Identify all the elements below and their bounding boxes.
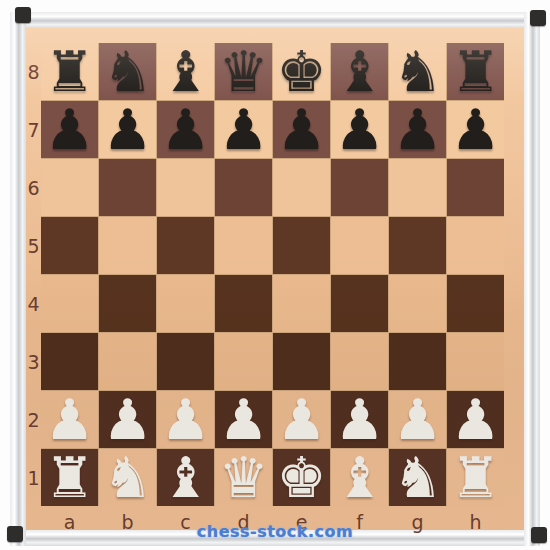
- square-a1[interactable]: ♜: [41, 449, 98, 506]
- black-pawn[interactable]: ♟: [218, 101, 268, 158]
- black-pawn[interactable]: ♟: [44, 101, 94, 158]
- square-e3[interactable]: [273, 333, 330, 390]
- white-pawn[interactable]: ♟: [102, 391, 152, 448]
- square-c1[interactable]: ♝: [157, 449, 214, 506]
- square-g4[interactable]: [389, 275, 446, 332]
- square-f5[interactable]: [331, 217, 388, 274]
- white-pawn[interactable]: ♟: [450, 391, 500, 448]
- black-pawn[interactable]: ♟: [102, 101, 152, 158]
- black-pawn[interactable]: ♟: [450, 101, 500, 158]
- square-f7[interactable]: ♟: [331, 101, 388, 158]
- square-d6[interactable]: [215, 159, 272, 216]
- square-a7[interactable]: ♟: [41, 101, 98, 158]
- square-d7[interactable]: ♟: [215, 101, 272, 158]
- white-queen[interactable]: ♛: [218, 449, 268, 506]
- square-a4[interactable]: [41, 275, 98, 332]
- square-h1[interactable]: ♜: [447, 449, 504, 506]
- black-queen[interactable]: ♛: [218, 43, 268, 100]
- square-f8[interactable]: ♝: [331, 43, 388, 100]
- file-label-h: h: [447, 507, 504, 533]
- square-a8[interactable]: ♜: [41, 43, 98, 100]
- white-pawn[interactable]: ♟: [392, 391, 442, 448]
- square-b7[interactable]: ♟: [99, 101, 156, 158]
- frame-corner-cap-top-right: [530, 10, 546, 26]
- square-h5[interactable]: [447, 217, 504, 274]
- watermark: chess-stock.com: [197, 522, 353, 541]
- square-d4[interactable]: [215, 275, 272, 332]
- square-c3[interactable]: [157, 333, 214, 390]
- frame-rail-top: [10, 12, 540, 28]
- square-c6[interactable]: [157, 159, 214, 216]
- square-f1[interactable]: ♝: [331, 449, 388, 506]
- white-pawn[interactable]: ♟: [44, 391, 94, 448]
- square-c5[interactable]: [157, 217, 214, 274]
- frame-rail-right: [524, 12, 540, 546]
- square-f4[interactable]: [331, 275, 388, 332]
- frame-rail-left: [10, 12, 26, 546]
- white-knight[interactable]: ♞: [102, 449, 152, 506]
- frame-corner-cap-bottom-right: [531, 527, 547, 543]
- square-g5[interactable]: [389, 217, 446, 274]
- square-h8[interactable]: ♜: [447, 43, 504, 100]
- square-b4[interactable]: [99, 275, 156, 332]
- square-f6[interactable]: [331, 159, 388, 216]
- square-e5[interactable]: [273, 217, 330, 274]
- white-pawn[interactable]: ♟: [276, 391, 326, 448]
- square-b6[interactable]: [99, 159, 156, 216]
- white-knight[interactable]: ♞: [392, 449, 442, 506]
- white-pawn[interactable]: ♟: [218, 391, 268, 448]
- square-g8[interactable]: ♞: [389, 43, 446, 100]
- square-b8[interactable]: ♞: [99, 43, 156, 100]
- rank-label-3: 3: [26, 333, 41, 390]
- black-pawn[interactable]: ♟: [392, 101, 442, 158]
- square-g3[interactable]: [389, 333, 446, 390]
- square-h3[interactable]: [447, 333, 504, 390]
- square-c4[interactable]: [157, 275, 214, 332]
- white-pawn[interactable]: ♟: [160, 391, 210, 448]
- black-rook[interactable]: ♜: [44, 43, 94, 100]
- white-king[interactable]: ♚: [276, 449, 326, 506]
- square-g1[interactable]: ♞: [389, 449, 446, 506]
- square-d3[interactable]: [215, 333, 272, 390]
- white-bishop[interactable]: ♝: [334, 449, 384, 506]
- black-pawn[interactable]: ♟: [334, 101, 384, 158]
- black-king[interactable]: ♚: [276, 43, 326, 100]
- black-pawn[interactable]: ♟: [276, 101, 326, 158]
- square-e2[interactable]: ♟: [273, 391, 330, 448]
- square-d1[interactable]: ♛: [215, 449, 272, 506]
- square-b1[interactable]: ♞: [99, 449, 156, 506]
- square-b2[interactable]: ♟: [99, 391, 156, 448]
- black-rook[interactable]: ♜: [450, 43, 500, 100]
- file-label-b: b: [99, 507, 156, 533]
- square-g7[interactable]: ♟: [389, 101, 446, 158]
- rank-label-4: 4: [26, 275, 41, 332]
- frame-corner-cap-bottom-left: [7, 526, 23, 542]
- square-h7[interactable]: ♟: [447, 101, 504, 158]
- square-h6[interactable]: [447, 159, 504, 216]
- square-f3[interactable]: [331, 333, 388, 390]
- square-c7[interactable]: ♟: [157, 101, 214, 158]
- rank-label-8: 8: [26, 43, 41, 100]
- square-f2[interactable]: ♟: [331, 391, 388, 448]
- rank-label-5: 5: [26, 217, 41, 274]
- white-bishop[interactable]: ♝: [160, 449, 210, 506]
- rank-label-7: 7: [26, 101, 41, 158]
- square-g2[interactable]: ♟: [389, 391, 446, 448]
- square-c8[interactable]: ♝: [157, 43, 214, 100]
- square-d2[interactable]: ♟: [215, 391, 272, 448]
- black-pawn[interactable]: ♟: [160, 101, 210, 158]
- frame-corner-cap-top-left: [15, 7, 31, 23]
- photo-scene: 87654321 abcdefgh ♜♞♝♛♚♝♞♜♟♟♟♟♟♟♟♟♟♟♟♟♟♟…: [0, 0, 550, 550]
- white-pawn[interactable]: ♟: [334, 391, 384, 448]
- chess-board[interactable]: ♜♞♝♛♚♝♞♜♟♟♟♟♟♟♟♟♟♟♟♟♟♟♟♟♜♞♝♛♚♝♞♜: [41, 43, 504, 506]
- square-e4[interactable]: [273, 275, 330, 332]
- square-e6[interactable]: [273, 159, 330, 216]
- square-a3[interactable]: [41, 333, 98, 390]
- square-e7[interactable]: ♟: [273, 101, 330, 158]
- square-c2[interactable]: ♟: [157, 391, 214, 448]
- rank-label-1: 1: [26, 449, 41, 506]
- board-surface: 87654321 abcdefgh ♜♞♝♛♚♝♞♜♟♟♟♟♟♟♟♟♟♟♟♟♟♟…: [26, 28, 524, 530]
- white-rook[interactable]: ♜: [450, 449, 500, 506]
- black-bishop[interactable]: ♝: [160, 43, 210, 100]
- square-e1[interactable]: ♚: [273, 449, 330, 506]
- white-rook[interactable]: ♜: [44, 449, 94, 506]
- square-e8[interactable]: ♚: [273, 43, 330, 100]
- rank-label-2: 2: [26, 391, 41, 448]
- square-d8[interactable]: ♛: [215, 43, 272, 100]
- square-b5[interactable]: [99, 217, 156, 274]
- square-g6[interactable]: [389, 159, 446, 216]
- file-label-g: g: [389, 507, 446, 533]
- black-bishop[interactable]: ♝: [334, 43, 384, 100]
- square-a5[interactable]: [41, 217, 98, 274]
- square-h4[interactable]: [447, 275, 504, 332]
- square-d5[interactable]: [215, 217, 272, 274]
- file-label-a: a: [41, 507, 98, 533]
- rank-label-6: 6: [26, 159, 41, 216]
- square-h2[interactable]: ♟: [447, 391, 504, 448]
- square-a2[interactable]: ♟: [41, 391, 98, 448]
- square-a6[interactable]: [41, 159, 98, 216]
- black-knight[interactable]: ♞: [392, 43, 442, 100]
- rank-labels: 87654321: [26, 43, 41, 507]
- square-b3[interactable]: [99, 333, 156, 390]
- black-knight[interactable]: ♞: [102, 43, 152, 100]
